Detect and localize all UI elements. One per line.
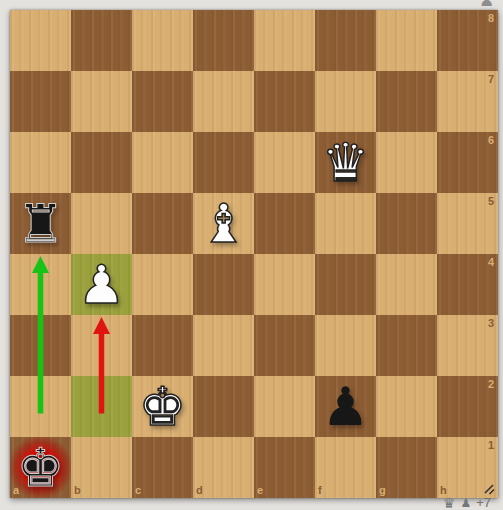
square-e3[interactable] <box>254 315 315 376</box>
captured-pawn-icon: ♟ <box>460 496 471 510</box>
file-label-d: d <box>196 485 203 496</box>
rank-label-2: 2 <box>488 379 494 390</box>
square-f5[interactable] <box>315 193 376 254</box>
captured-queen-icon: ♛ <box>443 496 456 510</box>
square-f8[interactable] <box>315 10 376 71</box>
square-f6[interactable]: ♛ <box>315 132 376 193</box>
square-d6[interactable] <box>193 132 254 193</box>
material-advantage-text: +7 <box>476 496 491 510</box>
square-b5[interactable] <box>71 193 132 254</box>
board-resize-handle[interactable] <box>482 482 496 496</box>
square-g3[interactable] <box>376 315 437 376</box>
square-e6[interactable] <box>254 132 315 193</box>
square-c4[interactable] <box>132 254 193 315</box>
square-f7[interactable] <box>315 71 376 132</box>
square-d3[interactable] <box>193 315 254 376</box>
square-a4[interactable] <box>10 254 71 315</box>
square-g1[interactable]: g <box>376 437 437 498</box>
square-h6[interactable]: 6 <box>437 132 498 193</box>
square-b6[interactable] <box>71 132 132 193</box>
square-e4[interactable] <box>254 254 315 315</box>
square-d7[interactable] <box>193 71 254 132</box>
captured-pawn-icon-top: ♟ <box>479 0 494 9</box>
material-advantage-bar: ♛ ♟ +7 <box>443 495 491 510</box>
square-b3[interactable] <box>71 315 132 376</box>
black-pawn-f2[interactable]: ♟ <box>315 376 376 437</box>
white-queen-f6[interactable]: ♛ <box>315 132 376 193</box>
chess-app: ♟ 87♛6♜♝5♟43♚♟2a♚bcdefg1h ♛ ♟ +7 <box>0 0 503 510</box>
square-b4[interactable]: ♟ <box>71 254 132 315</box>
square-e1[interactable]: e <box>254 437 315 498</box>
square-d5[interactable]: ♝ <box>193 193 254 254</box>
square-e5[interactable] <box>254 193 315 254</box>
rank-label-3: 3 <box>488 318 494 329</box>
resize-grip-icon <box>482 482 496 496</box>
square-d2[interactable] <box>193 376 254 437</box>
square-c6[interactable] <box>132 132 193 193</box>
square-a6[interactable] <box>10 132 71 193</box>
square-g6[interactable] <box>376 132 437 193</box>
square-g5[interactable] <box>376 193 437 254</box>
square-g7[interactable] <box>376 71 437 132</box>
square-a2[interactable] <box>10 376 71 437</box>
square-h5[interactable]: 5 <box>437 193 498 254</box>
square-c8[interactable] <box>132 10 193 71</box>
square-f2[interactable]: ♟ <box>315 376 376 437</box>
white-pawn-b4[interactable]: ♟ <box>71 254 132 315</box>
square-d4[interactable] <box>193 254 254 315</box>
square-e7[interactable] <box>254 71 315 132</box>
square-h8[interactable]: 8 <box>437 10 498 71</box>
square-c5[interactable] <box>132 193 193 254</box>
square-g8[interactable] <box>376 10 437 71</box>
square-b1[interactable]: b <box>71 437 132 498</box>
square-b8[interactable] <box>71 10 132 71</box>
square-c7[interactable] <box>132 71 193 132</box>
rank-label-1: 1 <box>488 440 494 451</box>
square-h4[interactable]: 4 <box>437 254 498 315</box>
white-bishop-d5[interactable]: ♝ <box>193 193 254 254</box>
rank-label-6: 6 <box>488 135 494 146</box>
black-rook-a5[interactable]: ♜ <box>10 193 71 254</box>
file-label-g: g <box>379 485 386 496</box>
rank-label-7: 7 <box>488 74 494 85</box>
square-d8[interactable] <box>193 10 254 71</box>
square-g4[interactable] <box>376 254 437 315</box>
square-e2[interactable] <box>254 376 315 437</box>
square-d1[interactable]: d <box>193 437 254 498</box>
square-a1[interactable]: a♚ <box>10 437 71 498</box>
square-a7[interactable] <box>10 71 71 132</box>
rank-label-8: 8 <box>488 13 494 24</box>
rank-label-5: 5 <box>488 196 494 207</box>
square-e8[interactable] <box>254 10 315 71</box>
file-label-b: b <box>74 485 81 496</box>
file-label-c: c <box>135 485 141 496</box>
square-c2[interactable]: ♚ <box>132 376 193 437</box>
square-f4[interactable] <box>315 254 376 315</box>
square-c3[interactable] <box>132 315 193 376</box>
square-g2[interactable] <box>376 376 437 437</box>
square-h7[interactable]: 7 <box>437 71 498 132</box>
square-a5[interactable]: ♜ <box>10 193 71 254</box>
square-b7[interactable] <box>71 71 132 132</box>
square-f1[interactable]: f <box>315 437 376 498</box>
square-h2[interactable]: 2 <box>437 376 498 437</box>
square-a8[interactable] <box>10 10 71 71</box>
square-f3[interactable] <box>315 315 376 376</box>
rank-label-4: 4 <box>488 257 494 268</box>
square-a3[interactable] <box>10 315 71 376</box>
white-king-c2[interactable]: ♚ <box>132 376 193 437</box>
black-king-a1[interactable]: ♚ <box>10 437 71 498</box>
square-c1[interactable]: c <box>132 437 193 498</box>
file-label-e: e <box>257 485 263 496</box>
square-h3[interactable]: 3 <box>437 315 498 376</box>
file-label-f: f <box>318 485 322 496</box>
chess-board[interactable]: 87♛6♜♝5♟43♚♟2a♚bcdefg1h <box>10 10 498 498</box>
square-b2[interactable] <box>71 376 132 437</box>
